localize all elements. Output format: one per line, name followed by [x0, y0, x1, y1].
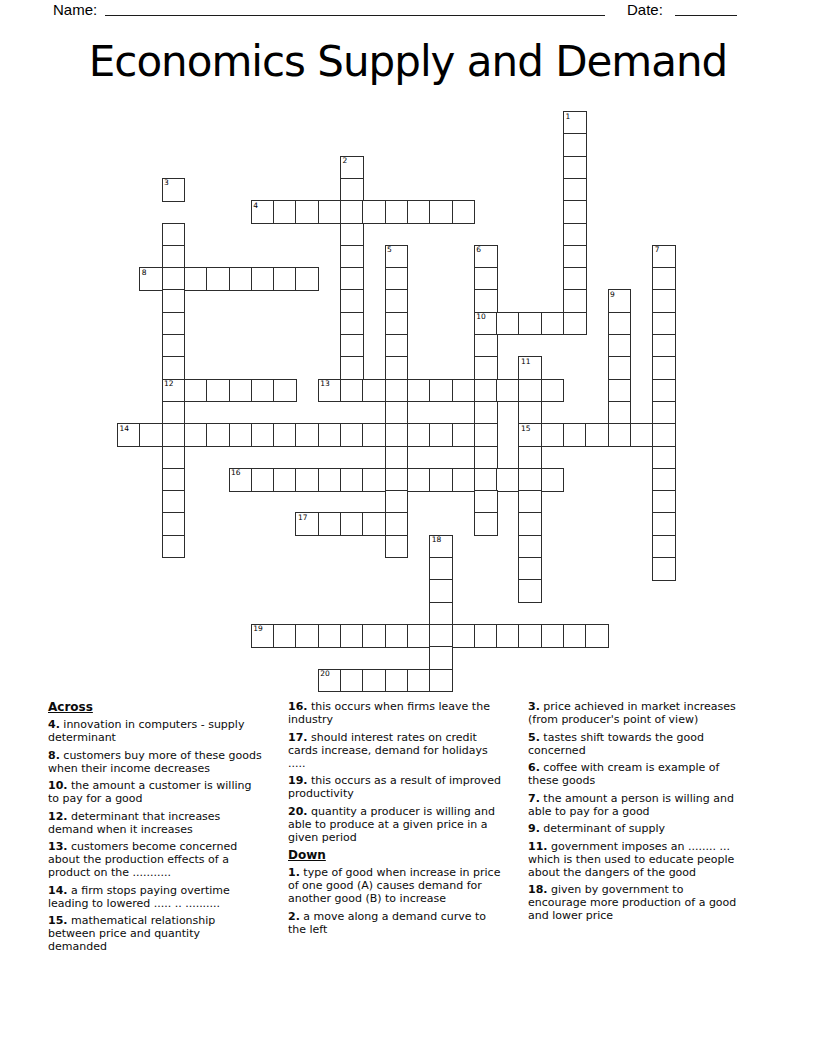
grid-cell[interactable] [162, 289, 186, 313]
grid-cell[interactable] [162, 245, 186, 269]
grid-cell[interactable] [518, 557, 542, 581]
grid-cell[interactable] [563, 312, 587, 336]
clue-down-11: 11. government imposes an ........ ... w… [528, 840, 738, 879]
cell-number: 9 [610, 291, 615, 299]
grid-cell[interactable] [362, 379, 386, 403]
grid-cell[interactable] [474, 490, 498, 514]
grid-cell[interactable]: 15 [518, 423, 542, 447]
grid-cell[interactable] [385, 535, 409, 559]
grid-cell[interactable] [452, 624, 476, 648]
grid-cell[interactable] [407, 624, 431, 648]
clue-number: 12. [48, 810, 68, 823]
grid-cell[interactable] [340, 200, 364, 224]
grid-cell[interactable] [251, 423, 275, 447]
clue-number: 2. [288, 910, 300, 923]
grid-cell[interactable] [273, 267, 297, 291]
grid-cell[interactable] [474, 334, 498, 358]
grid-cell[interactable] [541, 312, 565, 336]
grid-cell[interactable] [407, 669, 431, 693]
grid-cell[interactable] [340, 245, 364, 269]
grid-cell[interactable] [385, 468, 409, 492]
grid-cell[interactable]: 17 [295, 512, 319, 536]
grid-cell[interactable] [429, 423, 453, 447]
grid-cell[interactable] [385, 512, 409, 536]
cell-number: 3 [164, 179, 169, 187]
grid-cell[interactable] [184, 267, 208, 291]
grid-cell[interactable] [452, 468, 476, 492]
grid-cell[interactable]: 9 [608, 289, 632, 313]
grid-cell[interactable]: 18 [429, 535, 453, 559]
grid-cell[interactable] [184, 379, 208, 403]
clue-column-3: 3. price achieved in market increases (f… [528, 700, 764, 958]
grid-cell[interactable]: 20 [318, 669, 342, 693]
cell-number: 17 [298, 514, 308, 522]
grid-cell[interactable] [273, 379, 297, 403]
grid-cell[interactable] [340, 356, 364, 380]
grid-cell[interactable] [295, 200, 319, 224]
grid-cell[interactable]: 6 [474, 245, 498, 269]
clue-number: 15. [48, 914, 68, 927]
grid-cell[interactable] [652, 334, 676, 358]
clue-across-16: 16. this occurs when firms leave the ind… [288, 700, 502, 726]
grid-cell[interactable] [496, 379, 520, 403]
clue-down-7: 7. the amount a person is willing and ab… [528, 792, 738, 818]
grid-cell[interactable]: 19 [251, 624, 275, 648]
grid-cell[interactable] [518, 312, 542, 336]
grid-cell[interactable] [385, 267, 409, 291]
grid-cell[interactable] [295, 468, 319, 492]
grid-cell[interactable] [362, 669, 386, 693]
grid-cell[interactable] [162, 334, 186, 358]
grid-cell[interactable]: 3 [162, 178, 186, 202]
name-label: Name: [53, 1, 97, 19]
clue-across-15: 15. mathematical relationship between pr… [48, 914, 262, 953]
cell-number: 12 [164, 380, 174, 388]
clue-across-8: 8. customers buy more of these goods whe… [48, 749, 262, 775]
grid-cell[interactable] [362, 624, 386, 648]
grid-cell[interactable] [162, 468, 186, 492]
grid-cell[interactable] [452, 379, 476, 403]
grid-cell[interactable] [474, 356, 498, 380]
clue-number: 16. [288, 700, 308, 713]
grid-cell[interactable] [630, 423, 654, 447]
grid-cell[interactable] [340, 423, 364, 447]
grid-cell[interactable] [563, 178, 587, 202]
across-clues-header: Across [48, 700, 262, 714]
cell-number: 10 [476, 313, 486, 321]
clue-number: 13. [48, 840, 68, 853]
grid-cell[interactable] [652, 423, 676, 447]
cell-number: 8 [142, 269, 147, 277]
grid-cell[interactable] [608, 423, 632, 447]
grid-cell[interactable]: 5 [385, 245, 409, 269]
clue-across-4: 4. innovation in computers - supply dete… [48, 718, 262, 744]
grid-cell[interactable] [652, 379, 676, 403]
clue-across-12: 12. determinant that increases demand wh… [48, 810, 262, 836]
clue-across-13: 13. customers become concerned about the… [48, 840, 262, 879]
grid-cell[interactable] [563, 289, 587, 313]
clue-number: 7. [528, 792, 540, 805]
grid-cell[interactable] [162, 535, 186, 559]
clue-down-5: 5. tastes shift towards the good concern… [528, 731, 738, 757]
grid-cell[interactable] [652, 446, 676, 470]
clue-number: 3. [528, 700, 540, 713]
grid-cell[interactable] [563, 423, 587, 447]
grid-cell[interactable] [429, 379, 453, 403]
grid-cell[interactable] [474, 401, 498, 425]
name-blank-line [105, 0, 605, 16]
grid-cell[interactable]: 13 [318, 379, 342, 403]
grid-cell[interactable] [429, 669, 453, 693]
cell-number: 15 [521, 425, 531, 433]
grid-cell[interactable] [295, 423, 319, 447]
grid-cell[interactable] [295, 267, 319, 291]
grid-cell[interactable] [518, 579, 542, 603]
cell-number: 5 [387, 246, 392, 254]
grid-cell[interactable] [652, 267, 676, 291]
grid-cell[interactable] [340, 178, 364, 202]
grid-cell[interactable] [541, 423, 565, 447]
grid-cell[interactable] [518, 401, 542, 425]
clue-across-20: 20. quantity a producer is willing and a… [288, 805, 502, 844]
date-label: Date: [627, 1, 663, 19]
clue-number: 14. [48, 884, 68, 897]
grid-cell[interactable] [340, 267, 364, 291]
grid-cell[interactable] [407, 468, 431, 492]
grid-cell[interactable] [385, 490, 409, 514]
grid-cell[interactable] [474, 446, 498, 470]
grid-cell[interactable] [385, 356, 409, 380]
grid-cell[interactable] [340, 468, 364, 492]
grid-cell[interactable] [385, 401, 409, 425]
grid-cell[interactable] [652, 512, 676, 536]
cell-number: 20 [320, 670, 330, 678]
grid-cell[interactable] [340, 334, 364, 358]
grid-cell[interactable] [362, 512, 386, 536]
grid-cell[interactable]: 10 [474, 312, 498, 336]
grid-cell[interactable] [340, 223, 364, 247]
grid-cell[interactable] [318, 512, 342, 536]
grid-cell[interactable] [385, 446, 409, 470]
clue-down-18: 18. given by government to encourage mor… [528, 883, 738, 922]
clue-down-6: 6. coffee with cream is example of these… [528, 761, 738, 787]
clue-number: 18. [528, 883, 548, 896]
clue-number: 9. [528, 822, 540, 835]
cell-number: 13 [320, 380, 330, 388]
grid-cell[interactable] [429, 468, 453, 492]
grid-cell[interactable]: 14 [117, 423, 141, 447]
grid-cell[interactable] [162, 490, 186, 514]
grid-cell[interactable] [652, 557, 676, 581]
clue-across-17: 17. should interest rates on credit card… [288, 731, 502, 770]
grid-cell[interactable] [385, 289, 409, 313]
grid-cell[interactable] [385, 669, 409, 693]
clue-number: 5. [528, 731, 540, 744]
cell-number: 6 [476, 246, 481, 254]
grid-cell[interactable] [385, 312, 409, 336]
cell-number: 2 [343, 157, 348, 165]
grid-cell[interactable] [407, 423, 431, 447]
clue-number: 1. [288, 866, 300, 879]
grid-cell[interactable] [362, 200, 386, 224]
grid-cell[interactable] [229, 267, 253, 291]
grid-cell[interactable] [429, 579, 453, 603]
grid-cell[interactable] [563, 200, 587, 224]
grid-cell[interactable] [608, 334, 632, 358]
grid-cell[interactable]: 4 [251, 200, 275, 224]
grid-cell[interactable] [162, 423, 186, 447]
grid-cell[interactable] [563, 133, 587, 157]
grid-cell[interactable] [229, 423, 253, 447]
grid-cell[interactable] [229, 379, 253, 403]
grid-cell[interactable] [139, 423, 163, 447]
cell-number: 7 [655, 246, 660, 254]
grid-cell[interactable] [340, 312, 364, 336]
grid-cell[interactable] [162, 512, 186, 536]
grid-cell[interactable] [251, 379, 275, 403]
grid-cell[interactable] [496, 312, 520, 336]
grid-cell[interactable] [273, 423, 297, 447]
grid-cell[interactable] [318, 624, 342, 648]
clue-number: 17. [288, 731, 308, 744]
grid-cell[interactable] [474, 267, 498, 291]
grid-cell[interactable] [652, 401, 676, 425]
grid-cell[interactable] [162, 356, 186, 380]
grid-cell[interactable] [251, 267, 275, 291]
cell-number: 14 [120, 425, 130, 433]
grid-cell[interactable] [452, 423, 476, 447]
grid-cell[interactable] [295, 624, 319, 648]
date-blank-line [675, 0, 737, 16]
grid-cell[interactable] [474, 289, 498, 313]
grid-cell[interactable] [318, 200, 342, 224]
grid-cell[interactable] [385, 334, 409, 358]
clue-number: 8. [48, 749, 60, 762]
grid-cell[interactable] [273, 624, 297, 648]
grid-cell[interactable] [251, 468, 275, 492]
clue-column-1: Across4. innovation in computers - suppl… [48, 700, 288, 958]
grid-cell[interactable] [162, 401, 186, 425]
clue-across-10: 10. the amount a customer is willing to … [48, 779, 262, 805]
clue-list: Across4. innovation in computers - suppl… [48, 700, 764, 958]
grid-cell[interactable] [429, 646, 453, 670]
grid-cell[interactable] [340, 379, 364, 403]
down-clues-header: Down [288, 848, 502, 862]
grid-cell[interactable] [385, 379, 409, 403]
grid-cell[interactable] [608, 401, 632, 425]
clue-down-1: 1. type of good when increase in price o… [288, 866, 502, 905]
grid-cell[interactable] [652, 356, 676, 380]
clue-number: 11. [528, 840, 548, 853]
cell-number: 4 [253, 202, 258, 210]
grid-cell[interactable]: 8 [139, 267, 163, 291]
grid-cell[interactable]: 1 [563, 111, 587, 135]
grid-cell[interactable] [496, 624, 520, 648]
grid-cell[interactable] [184, 423, 208, 447]
clue-across-19: 19. this occurs as a result of improved … [288, 774, 502, 800]
grid-cell[interactable] [385, 200, 409, 224]
grid-cell[interactable] [385, 624, 409, 648]
grid-cell[interactable] [563, 624, 587, 648]
clue-number: 19. [288, 774, 308, 787]
grid-cell[interactable] [518, 535, 542, 559]
grid-cell[interactable] [563, 267, 587, 291]
page-title: Economics Supply and Demand [0, 36, 816, 88]
grid-cell[interactable] [652, 289, 676, 313]
grid-cell[interactable] [340, 669, 364, 693]
grid-cell[interactable] [585, 423, 609, 447]
grid-cell[interactable] [608, 312, 632, 336]
clue-across-14: 14. a firm stops paying overtime leading… [48, 884, 262, 910]
grid-cell[interactable] [452, 200, 476, 224]
grid-cell[interactable] [474, 423, 498, 447]
cell-number: 18 [432, 536, 442, 544]
grid-cell[interactable] [206, 267, 230, 291]
grid-cell[interactable] [162, 446, 186, 470]
grid-cell[interactable] [362, 423, 386, 447]
grid-cell[interactable] [518, 468, 542, 492]
grid-cell[interactable] [652, 535, 676, 559]
grid-cell[interactable] [407, 379, 431, 403]
grid-cell[interactable] [652, 312, 676, 336]
grid-cell[interactable] [429, 624, 453, 648]
cell-number: 11 [521, 358, 531, 366]
grid-cell[interactable] [429, 602, 453, 626]
grid-cell[interactable] [518, 624, 542, 648]
grid-cell[interactable] [608, 379, 632, 403]
grid-cell[interactable] [474, 468, 498, 492]
grid-cell[interactable] [318, 468, 342, 492]
grid-cell[interactable] [541, 379, 565, 403]
crossword-grid: 1234567891011121314151617181920 [117, 111, 678, 694]
grid-cell[interactable] [162, 267, 186, 291]
grid-cell[interactable] [474, 379, 498, 403]
grid-cell[interactable] [474, 512, 498, 536]
grid-cell[interactable] [162, 312, 186, 336]
grid-cell[interactable] [585, 624, 609, 648]
grid-cell[interactable] [362, 468, 386, 492]
grid-cell[interactable]: 11 [518, 356, 542, 380]
grid-cell[interactable] [652, 490, 676, 514]
grid-cell[interactable]: 12 [162, 379, 186, 403]
grid-cell[interactable] [385, 423, 409, 447]
grid-cell[interactable] [563, 223, 587, 247]
grid-cell[interactable] [206, 379, 230, 403]
grid-cell[interactable]: 16 [229, 468, 253, 492]
cell-number: 19 [253, 625, 263, 633]
grid-cell[interactable] [541, 468, 565, 492]
clue-down-2: 2. a move along a demand curve to the le… [288, 910, 502, 936]
grid-cell[interactable] [340, 624, 364, 648]
grid-cell[interactable] [518, 490, 542, 514]
grid-cell[interactable]: 2 [340, 156, 364, 180]
grid-cell[interactable] [541, 624, 565, 648]
grid-cell[interactable] [518, 512, 542, 536]
grid-cell[interactable] [273, 468, 297, 492]
grid-cell[interactable] [273, 200, 297, 224]
grid-cell[interactable] [496, 468, 520, 492]
grid-cell[interactable] [162, 223, 186, 247]
grid-cell[interactable] [429, 200, 453, 224]
clue-column-2: 16. this occurs when firms leave the ind… [288, 700, 528, 958]
grid-cell[interactable] [407, 200, 431, 224]
cell-number: 16 [231, 469, 241, 477]
grid-cell[interactable] [518, 446, 542, 470]
grid-cell[interactable] [429, 557, 453, 581]
grid-cell[interactable] [563, 156, 587, 180]
grid-cell[interactable]: 7 [652, 245, 676, 269]
clue-down-3: 3. price achieved in market increases (f… [528, 700, 738, 726]
grid-cell[interactable] [563, 245, 587, 269]
grid-cell[interactable] [206, 423, 230, 447]
grid-cell[interactable] [340, 289, 364, 313]
clue-number: 10. [48, 779, 68, 792]
clue-down-9: 9. determinant of supply [528, 822, 738, 835]
cell-number: 1 [566, 113, 571, 121]
grid-cell[interactable] [474, 624, 498, 648]
grid-cell[interactable] [652, 468, 676, 492]
clue-number: 6. [528, 761, 540, 774]
clue-number: 4. [48, 718, 60, 731]
grid-cell[interactable] [608, 356, 632, 380]
grid-cell[interactable] [318, 423, 342, 447]
clue-number: 20. [288, 805, 308, 818]
grid-cell[interactable] [340, 512, 364, 536]
grid-cell[interactable] [518, 379, 542, 403]
